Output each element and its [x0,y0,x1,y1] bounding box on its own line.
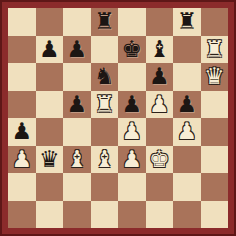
square-f6[interactable]: ♟ [146,63,174,91]
square-g7[interactable] [173,36,201,64]
square-b4[interactable] [36,118,64,146]
square-c5[interactable]: ♟ [63,91,91,119]
square-d8[interactable]: ♜ [91,8,119,36]
square-e1[interactable] [118,201,146,229]
square-b3[interactable]: ♛ [36,146,64,174]
square-g8[interactable]: ♜ [173,8,201,36]
square-h4[interactable] [201,118,229,146]
square-a1[interactable] [8,201,36,229]
square-c8[interactable] [63,8,91,36]
square-h3[interactable] [201,146,229,174]
square-h2[interactable] [201,173,229,201]
black-knight[interactable]: ♞ [94,65,115,88]
white-rook[interactable]: ♜ [204,38,225,61]
black-pawn[interactable]: ♟ [149,65,170,88]
square-d1[interactable] [91,201,119,229]
square-d4[interactable] [91,118,119,146]
square-a8[interactable] [8,8,36,36]
black-bishop[interactable]: ♝ [149,38,170,61]
square-f7[interactable]: ♝ [146,36,174,64]
square-c6[interactable] [63,63,91,91]
black-queen[interactable]: ♛ [39,148,60,171]
white-queen[interactable]: ♛ [204,65,225,88]
square-g3[interactable] [173,146,201,174]
square-e3[interactable]: ♟ [118,146,146,174]
black-rook[interactable]: ♜ [94,10,115,33]
square-c1[interactable] [63,201,91,229]
square-b5[interactable] [36,91,64,119]
square-a3[interactable]: ♟ [8,146,36,174]
square-c4[interactable] [63,118,91,146]
square-b7[interactable]: ♟ [36,36,64,64]
square-e5[interactable]: ♟ [118,91,146,119]
square-e8[interactable] [118,8,146,36]
square-g2[interactable] [173,173,201,201]
square-e4[interactable]: ♟ [118,118,146,146]
chess-board: ♜♜♟♟♚♝♜♞♟♛♟♜♟♟♟♟♟♟♟♛♝♝♟♚ [8,8,228,228]
square-f4[interactable] [146,118,174,146]
square-b2[interactable] [36,173,64,201]
white-rook[interactable]: ♜ [94,93,115,116]
square-b1[interactable] [36,201,64,229]
square-g4[interactable]: ♟ [173,118,201,146]
board-frame: ♜♜♟♟♚♝♜♞♟♛♟♜♟♟♟♟♟♟♟♛♝♝♟♚ [0,0,236,236]
white-pawn[interactable]: ♟ [176,120,197,143]
square-g5[interactable]: ♟ [173,91,201,119]
square-f8[interactable] [146,8,174,36]
black-rook[interactable]: ♜ [176,10,197,33]
black-pawn[interactable]: ♟ [66,93,87,116]
square-a6[interactable] [8,63,36,91]
white-pawn[interactable]: ♟ [11,148,32,171]
square-d2[interactable] [91,173,119,201]
square-h5[interactable] [201,91,229,119]
square-b8[interactable] [36,8,64,36]
white-pawn[interactable]: ♟ [121,148,142,171]
square-a5[interactable] [8,91,36,119]
square-c7[interactable]: ♟ [63,36,91,64]
black-pawn[interactable]: ♟ [176,93,197,116]
black-king[interactable]: ♚ [121,38,142,61]
black-pawn[interactable]: ♟ [66,38,87,61]
square-g6[interactable] [173,63,201,91]
square-a7[interactable] [8,36,36,64]
square-f3[interactable]: ♚ [146,146,174,174]
square-b6[interactable] [36,63,64,91]
white-pawn[interactable]: ♟ [149,93,170,116]
square-a4[interactable]: ♟ [8,118,36,146]
square-h1[interactable] [201,201,229,229]
square-f5[interactable]: ♟ [146,91,174,119]
square-d5[interactable]: ♜ [91,91,119,119]
square-f1[interactable] [146,201,174,229]
square-h8[interactable] [201,8,229,36]
white-bishop[interactable]: ♝ [94,148,115,171]
black-pawn[interactable]: ♟ [121,93,142,116]
square-a2[interactable] [8,173,36,201]
white-bishop[interactable]: ♝ [66,148,87,171]
square-e6[interactable] [118,63,146,91]
square-d3[interactable]: ♝ [91,146,119,174]
white-pawn[interactable]: ♟ [121,120,142,143]
square-c2[interactable] [63,173,91,201]
square-h7[interactable]: ♜ [201,36,229,64]
square-c3[interactable]: ♝ [63,146,91,174]
square-e7[interactable]: ♚ [118,36,146,64]
square-g1[interactable] [173,201,201,229]
white-king[interactable]: ♚ [149,148,170,171]
black-pawn[interactable]: ♟ [11,120,32,143]
square-h6[interactable]: ♛ [201,63,229,91]
square-d6[interactable]: ♞ [91,63,119,91]
square-e2[interactable] [118,173,146,201]
square-d7[interactable] [91,36,119,64]
black-pawn[interactable]: ♟ [39,38,60,61]
square-f2[interactable] [146,173,174,201]
